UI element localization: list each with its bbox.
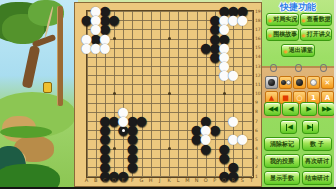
white-stone[interactable]: ●: [201, 134, 211, 144]
lantern-icon: [43, 82, 52, 93]
go-classroom-app: ●●●●●●●●●●●●●●●●●●●●●●●●●●●●●●●●●●●●●●●●…: [0, 0, 336, 189]
clear-marks-button[interactable]: 清除标记: [264, 137, 300, 151]
button-icon: ◉: [283, 48, 287, 54]
white-stone[interactable]: ●: [219, 24, 229, 34]
column-label: L: [174, 177, 183, 183]
quick-button-5[interactable]: ◉退出课堂: [281, 44, 315, 57]
white-stone[interactable]: ●: [228, 70, 238, 80]
go-board[interactable]: ●●●●●●●●●●●●●●●●●●●●●●●●●●●●●●●●●●●●●●●●…: [74, 2, 262, 187]
arrow-icon: ◀◀: [268, 105, 277, 113]
screen-bottom-border: [0, 187, 336, 189]
eraser-tool[interactable]: ✕: [321, 76, 334, 89]
button-label: 数 子: [310, 140, 324, 149]
button-icon: ◉: [268, 17, 272, 23]
column-label: C: [100, 177, 109, 183]
column-label: K: [165, 177, 174, 183]
white-stone[interactable]: ●: [228, 116, 238, 126]
column-label: J: [155, 177, 164, 183]
button-icon: ◉: [301, 32, 305, 38]
column-label: Q: [220, 177, 229, 183]
column-label: B: [91, 177, 100, 183]
column-label: O: [201, 177, 210, 183]
column-label: N: [192, 177, 201, 183]
column-label: D: [110, 177, 119, 183]
nav-first-button[interactable]: ◀◀: [264, 102, 281, 116]
quick-button-2[interactable]: ◉查看数据: [300, 13, 332, 26]
button-label: 再次研讨: [305, 157, 329, 166]
column-label: S: [238, 177, 247, 183]
black-stone[interactable]: ●: [210, 125, 220, 135]
nav-start-button[interactable]: ◀: [280, 120, 297, 134]
bush-icon: [0, 164, 60, 189]
button-label: 结束研讨: [305, 174, 329, 183]
column-label: A: [82, 177, 91, 183]
button-label: 显示手数: [270, 174, 294, 183]
show-move-numbers-button[interactable]: 显示手数: [264, 171, 300, 185]
button-label: 对局实况: [273, 15, 297, 24]
button-label: 打开讲义: [307, 30, 331, 39]
end-discussion-button[interactable]: 结束研讨: [302, 171, 332, 185]
discuss-again-button[interactable]: 再次研讨: [302, 154, 332, 168]
alternate-stone-tool[interactable]: [279, 76, 292, 89]
white-stone[interactable]: ●: [237, 134, 247, 144]
quick-button-1[interactable]: ◉对局实况: [266, 13, 299, 26]
white-stone[interactable]: ●: [118, 116, 128, 126]
black-stone[interactable]: ●: [137, 116, 147, 126]
grass-icon: [0, 126, 52, 138]
white-stone[interactable]: ●: [237, 15, 247, 25]
arrow-icon: ▶▶: [322, 105, 331, 113]
column-label: R: [229, 177, 238, 183]
button-icon: ◉: [268, 32, 272, 38]
hanger-ring-icon: [270, 64, 277, 72]
button-label: 围棋故事: [273, 30, 297, 39]
column-label: H: [146, 177, 155, 183]
tree-trunk-icon: [22, 45, 41, 88]
background-scene: [0, 0, 78, 189]
column-label: E: [119, 177, 128, 183]
nav-last-button[interactable]: ▶▶: [318, 102, 335, 116]
column-label: M: [183, 177, 192, 183]
button-label: 我的投票: [270, 157, 294, 166]
arrow-icon: ▶: [306, 105, 310, 113]
button-icon: ◉: [301, 17, 305, 23]
quick-button-3[interactable]: ◉围棋故事: [266, 28, 299, 41]
nav-next-button[interactable]: ▶: [300, 102, 317, 116]
button-label: 查看数据: [307, 15, 331, 24]
my-vote-button[interactable]: 我的投票: [264, 154, 300, 168]
pole-icon: [57, 6, 63, 106]
black-stone-tool[interactable]: [293, 76, 306, 89]
button-label: 退出课堂: [289, 46, 313, 55]
column-label: F: [128, 177, 137, 183]
column-label: G: [137, 177, 146, 183]
nav-end-button[interactable]: ▶: [302, 120, 319, 134]
quick-button-4[interactable]: ◉打开讲义: [300, 28, 332, 41]
hanger-ring-icon: [320, 64, 327, 72]
white-stone-tool[interactable]: [307, 76, 320, 89]
nav-prev-button[interactable]: ◀: [282, 102, 299, 116]
count-button[interactable]: 数 子: [302, 137, 332, 151]
button-label: 清除标记: [270, 140, 294, 149]
white-stone[interactable]: ●: [100, 43, 110, 53]
arrow-icon: ◀: [288, 105, 292, 113]
hanger-ring-icon: [295, 64, 302, 72]
control-panel: 快捷功能 ◉对局实况◉查看数据◉围棋故事◉打开讲义◉退出课堂 ✕ ▲■○1A ◀…: [262, 0, 334, 189]
last-move-marker: [122, 129, 125, 132]
column-label: P: [210, 177, 219, 183]
black-stone-tool[interactable]: [265, 76, 278, 89]
